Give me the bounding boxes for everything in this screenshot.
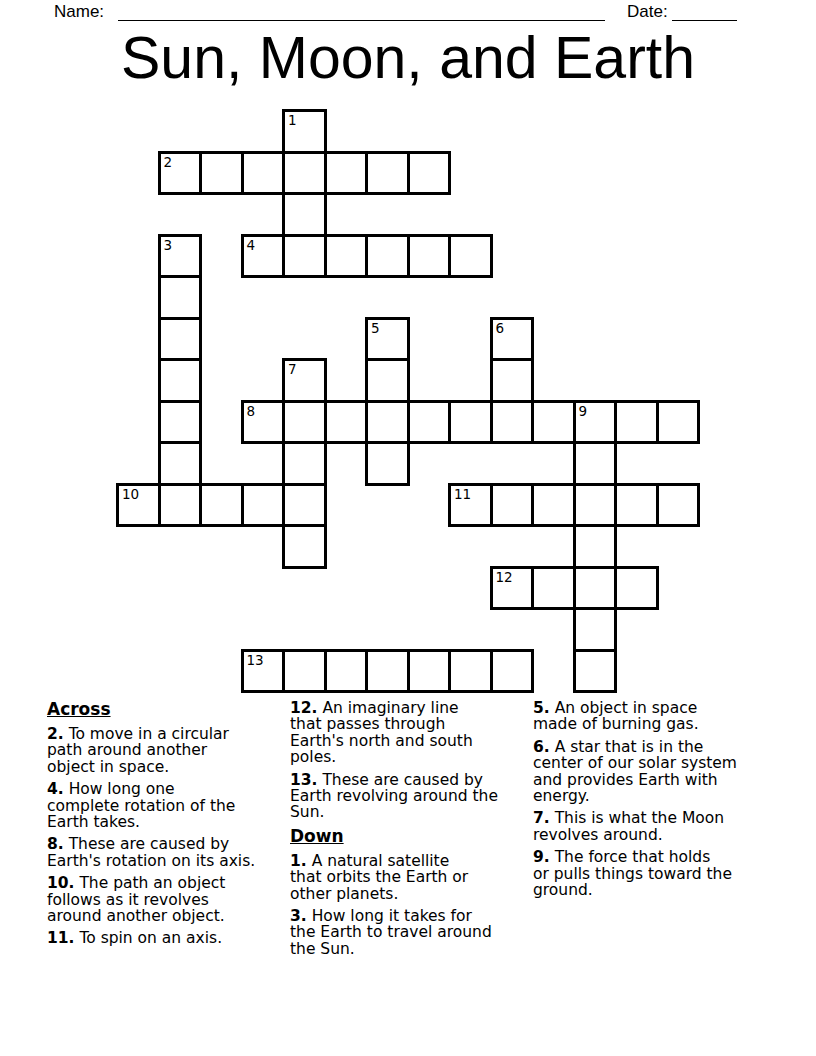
grid-cell-r3c3[interactable]: 4 [241, 234, 286, 279]
grid-cell-r9c3[interactable] [241, 483, 286, 528]
date-write-in-line[interactable] [672, 0, 737, 21]
grid-cell-r10c11[interactable] [573, 524, 618, 569]
clue-number-down-9: 9. [533, 848, 550, 866]
grid-cell-r7c6[interactable] [365, 400, 410, 445]
grid-cell-r11c10[interactable] [531, 566, 576, 611]
grid-cell-r11c12[interactable] [614, 566, 659, 611]
down-header: Down [290, 827, 530, 846]
grid-cell-r7c10[interactable] [531, 400, 576, 445]
clue-across-8: 8. These are caused by Earth's rotation … [47, 836, 293, 869]
grid-clue-number-13: 13 [247, 653, 264, 667]
clue-number-down-3: 3. [290, 907, 307, 925]
grid-cell-r1c7[interactable] [407, 151, 452, 196]
clue-across-11: 11. To spin on an axis. [47, 930, 293, 946]
grid-cell-r7c3[interactable]: 8 [241, 400, 286, 445]
grid-cell-r9c10[interactable] [531, 483, 576, 528]
grid-cell-r2c4[interactable] [282, 192, 327, 237]
grid-cell-r13c7[interactable] [407, 649, 452, 694]
grid-cell-r7c5[interactable] [324, 400, 369, 445]
grid-cell-r7c13[interactable] [656, 400, 701, 445]
grid-cell-r7c7[interactable] [407, 400, 452, 445]
clue-number-across-11: 11. [47, 929, 74, 947]
grid-cell-r13c11[interactable] [573, 649, 618, 694]
grid-cell-r1c2[interactable] [199, 151, 244, 196]
grid-cell-r9c13[interactable] [656, 483, 701, 528]
grid-cell-r8c1[interactable] [158, 441, 203, 486]
grid-cell-r3c5[interactable] [324, 234, 369, 279]
grid-cell-r7c8[interactable] [448, 400, 493, 445]
clue-number-down-5: 5. [533, 699, 550, 717]
grid-clue-number-3: 3 [164, 238, 173, 252]
grid-cell-r13c6[interactable] [365, 649, 410, 694]
clues-column-2: 12. An imaginary line that passes throug… [290, 700, 530, 963]
clue-across-13: 13. These are caused by Earth revolving … [290, 772, 530, 821]
grid-cell-r7c9[interactable] [490, 400, 535, 445]
grid-cell-r3c6[interactable] [365, 234, 410, 279]
grid-cell-r1c1[interactable]: 2 [158, 151, 203, 196]
grid-cell-r8c11[interactable] [573, 441, 618, 486]
grid-clue-number-5: 5 [371, 321, 380, 335]
grid-clue-number-6: 6 [496, 321, 505, 335]
clue-across-2: 2. To move in a circular path around ano… [47, 726, 293, 775]
grid-cell-r5c9[interactable]: 6 [490, 317, 535, 362]
clue-number-down-7: 7. [533, 809, 550, 827]
clue-down-5: 5. An object in space made of burning ga… [533, 700, 775, 733]
clue-number-down-1: 1. [290, 852, 307, 870]
clue-across-10: 10. The path an object follows as it rev… [47, 875, 293, 924]
grid-cell-r1c4[interactable] [282, 151, 327, 196]
grid-cell-r9c0[interactable]: 10 [116, 483, 161, 528]
grid-clue-number-11: 11 [454, 487, 471, 501]
clue-across-12: 12. An imaginary line that passes throug… [290, 700, 530, 766]
grid-cell-r13c4[interactable] [282, 649, 327, 694]
grid-cell-r4c1[interactable] [158, 275, 203, 320]
grid-clue-number-4: 4 [247, 238, 256, 252]
grid-cell-r10c4[interactable] [282, 524, 327, 569]
clue-number-across-2: 2. [47, 725, 64, 743]
clue-down-9: 9. The force that holds or pulls things … [533, 849, 775, 898]
grid-cell-r12c11[interactable] [573, 607, 618, 652]
grid-clue-number-8: 8 [247, 404, 256, 418]
grid-cell-r13c3[interactable]: 13 [241, 649, 286, 694]
clue-number-across-4: 4. [47, 780, 64, 798]
grid-cell-r7c11[interactable]: 9 [573, 400, 618, 445]
name-label: Name: [54, 2, 104, 22]
grid-clue-number-12: 12 [496, 570, 513, 584]
grid-cell-r9c12[interactable] [614, 483, 659, 528]
grid-cell-r13c5[interactable] [324, 649, 369, 694]
grid-cell-r6c6[interactable] [365, 358, 410, 403]
grid-cell-r6c1[interactable] [158, 358, 203, 403]
page-title: Sun, Moon, and Earth [0, 26, 816, 91]
grid-cell-r9c2[interactable] [199, 483, 244, 528]
grid-clue-number-7: 7 [288, 362, 297, 376]
grid-cell-r1c6[interactable] [365, 151, 410, 196]
clue-down-1: 1. A natural satellite that orbits the E… [290, 853, 530, 902]
clue-down-6: 6. A star that is in the center of our s… [533, 739, 775, 805]
clue-number-across-10: 10. [47, 874, 74, 892]
grid-cell-r11c11[interactable] [573, 566, 618, 611]
grid-cell-r7c4[interactable] [282, 400, 327, 445]
clue-number-down-6: 6. [533, 738, 550, 756]
grid-clue-number-10: 10 [122, 487, 139, 501]
grid-cell-r3c7[interactable] [407, 234, 452, 279]
clue-number-across-8: 8. [47, 835, 64, 853]
grid-cell-r13c8[interactable] [448, 649, 493, 694]
grid-cell-r8c6[interactable] [365, 441, 410, 486]
grid-cell-r9c8[interactable]: 11 [448, 483, 493, 528]
clue-down-7: 7. This is what the Moon revolves around… [533, 810, 775, 843]
grid-clue-number-1: 1 [288, 113, 297, 127]
grid-clue-number-2: 2 [164, 155, 173, 169]
grid-cell-r3c4[interactable] [282, 234, 327, 279]
grid-cell-r0c4[interactable]: 1 [282, 109, 327, 154]
clue-number-across-12: 12. [290, 699, 317, 717]
grid-cell-r3c8[interactable] [448, 234, 493, 279]
grid-cell-r6c9[interactable] [490, 358, 535, 403]
grid-cell-r5c6[interactable]: 5 [365, 317, 410, 362]
crossword-grid: 12345678910111213 [116, 109, 702, 695]
clue-number-across-13: 13. [290, 771, 317, 789]
grid-cell-r3c1[interactable]: 3 [158, 234, 203, 279]
clues-column-1: Across 2. To move in a circular path aro… [47, 700, 293, 953]
grid-cell-r13c9[interactable] [490, 649, 535, 694]
clues-column-3: 5. An object in space made of burning ga… [533, 700, 775, 904]
grid-cell-r6c4[interactable]: 7 [282, 358, 327, 403]
date-label: Date: [627, 2, 668, 22]
grid-cell-r11c9[interactable]: 12 [490, 566, 535, 611]
grid-clue-number-9: 9 [579, 404, 588, 418]
grid-cell-r9c4[interactable] [282, 483, 327, 528]
grid-cell-r1c5[interactable] [324, 151, 369, 196]
grid-cell-r7c12[interactable] [614, 400, 659, 445]
across-header: Across [47, 700, 293, 719]
grid-cell-r5c1[interactable] [158, 317, 203, 362]
grid-cell-r9c1[interactable] [158, 483, 203, 528]
grid-cell-r1c3[interactable] [241, 151, 286, 196]
clue-across-4: 4. How long one complete rotation of the… [47, 781, 293, 830]
worksheet-page: Name: Date: Sun, Moon, and Earth 1234567… [0, 0, 816, 1056]
grid-cell-r9c11[interactable] [573, 483, 618, 528]
clue-down-3: 3. How long it takes for the Earth to tr… [290, 908, 530, 957]
grid-cell-r8c4[interactable] [282, 441, 327, 486]
name-write-in-line[interactable] [118, 0, 605, 21]
grid-cell-r9c9[interactable] [490, 483, 535, 528]
grid-cell-r7c1[interactable] [158, 400, 203, 445]
